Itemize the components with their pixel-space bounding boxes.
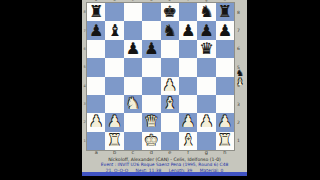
square-b6[interactable] xyxy=(105,40,123,58)
square-g3[interactable] xyxy=(197,95,215,113)
piece-bP: ♟ xyxy=(218,22,232,38)
file-label-c: c xyxy=(124,150,142,157)
square-a1[interactable] xyxy=(87,132,105,150)
piece-wQ: ♛ xyxy=(144,114,158,130)
file-label-b: b xyxy=(105,150,123,157)
rank-label-3: 3 xyxy=(235,95,242,113)
piece-bP: ♟ xyxy=(181,22,195,38)
rank-label-1: 1 xyxy=(235,132,242,150)
square-c2[interactable] xyxy=(124,113,142,131)
square-f8[interactable] xyxy=(179,3,197,21)
piece-wB: ♝ xyxy=(181,132,195,148)
file-label-d: d xyxy=(142,150,160,157)
square-b5[interactable] xyxy=(105,58,123,76)
piece-wN: ♞ xyxy=(126,96,140,112)
square-a8[interactable]: ♜ xyxy=(87,3,105,21)
square-h1[interactable]: ♜ xyxy=(216,132,234,150)
square-h6[interactable] xyxy=(216,40,234,58)
square-f5[interactable] xyxy=(179,58,197,76)
rank-label-8: 8 xyxy=(235,3,242,21)
captured-piece-wB: ♝ xyxy=(236,78,244,87)
square-c8[interactable] xyxy=(124,3,142,21)
file-labels-bottom: abcdefgh xyxy=(87,150,234,157)
square-c3[interactable]: ♞ xyxy=(124,95,142,113)
square-h2[interactable]: ♟ xyxy=(216,113,234,131)
square-e1[interactable] xyxy=(161,132,179,150)
piece-bB: ♝ xyxy=(107,22,121,38)
piece-wR: ♜ xyxy=(107,132,121,148)
square-a4[interactable] xyxy=(87,77,105,95)
file-label-e: e xyxy=(161,150,179,157)
piece-wP: ♟ xyxy=(163,77,177,93)
rank-label-6: 6 xyxy=(235,40,242,58)
square-c7[interactable] xyxy=(124,21,142,39)
square-g6[interactable]: ♛ xyxy=(197,40,215,58)
square-a5[interactable] xyxy=(87,58,105,76)
bottom-accent-bar xyxy=(82,172,247,176)
caption: Nickoloff, Alexander (CAN) - Celis, Idel… xyxy=(82,157,247,173)
square-d3[interactable] xyxy=(142,95,160,113)
piece-bP: ♟ xyxy=(89,22,103,38)
square-h3[interactable] xyxy=(216,95,234,113)
content-panel: abcdefgh 87654321 87654321 abcdefgh ♜♚♞♜… xyxy=(82,0,247,176)
square-f7[interactable]: ♟ xyxy=(179,21,197,39)
piece-wR: ♜ xyxy=(218,132,232,148)
piece-bP: ♟ xyxy=(126,40,140,56)
square-g8[interactable]: ♞ xyxy=(197,3,215,21)
square-h4[interactable] xyxy=(216,77,234,95)
square-e4[interactable]: ♟ xyxy=(161,77,179,95)
square-a2[interactable]: ♟ xyxy=(87,113,105,131)
piece-wK: ♚ xyxy=(144,132,158,148)
square-c6[interactable]: ♟ xyxy=(124,40,142,58)
square-e5[interactable] xyxy=(161,58,179,76)
piece-bQ: ♛ xyxy=(199,40,213,56)
square-e2[interactable] xyxy=(161,113,179,131)
square-f3[interactable] xyxy=(179,95,197,113)
square-a7[interactable]: ♟ xyxy=(87,21,105,39)
piece-bN: ♞ xyxy=(163,22,177,38)
square-d8[interactable] xyxy=(142,3,160,21)
piece-wP: ♟ xyxy=(181,114,195,130)
piece-bK: ♚ xyxy=(163,4,177,20)
square-b4[interactable] xyxy=(105,77,123,95)
square-e3[interactable]: ♝ xyxy=(161,95,179,113)
square-f6[interactable] xyxy=(179,40,197,58)
chess-board: ♜♚♞♜♟♝♞♟♟♟♟♟♛♟♞♝♟♟♛♟♟♟♜♚♝♜ xyxy=(87,3,234,150)
square-a6[interactable] xyxy=(87,40,105,58)
piece-bR: ♜ xyxy=(218,4,232,20)
square-c1[interactable] xyxy=(124,132,142,150)
rank-label-7: 7 xyxy=(235,21,242,39)
square-h8[interactable]: ♜ xyxy=(216,3,234,21)
square-f2[interactable]: ♟ xyxy=(179,113,197,131)
square-b1[interactable]: ♜ xyxy=(105,132,123,150)
square-c4[interactable] xyxy=(124,77,142,95)
square-e7[interactable]: ♞ xyxy=(161,21,179,39)
square-d1[interactable]: ♚ xyxy=(142,132,160,150)
piece-wB: ♝ xyxy=(163,96,177,112)
square-g1[interactable] xyxy=(197,132,215,150)
file-label-f: f xyxy=(179,150,197,157)
square-b7[interactable]: ♝ xyxy=(105,21,123,39)
file-label-g: g xyxy=(197,150,215,157)
square-b8[interactable] xyxy=(105,3,123,21)
captured-material-tray: ♞♝ xyxy=(234,69,246,87)
square-g2[interactable]: ♟ xyxy=(197,113,215,131)
piece-wP: ♟ xyxy=(107,114,121,130)
square-g5[interactable] xyxy=(197,58,215,76)
square-h5[interactable] xyxy=(216,58,234,76)
square-b2[interactable]: ♟ xyxy=(105,113,123,131)
file-label-a: a xyxy=(87,150,105,157)
piece-wP: ♟ xyxy=(218,114,232,130)
event-line: Event : INVIT U26 Roque Saenz Pena (1995… xyxy=(82,162,247,168)
square-b3[interactable] xyxy=(105,95,123,113)
square-d7[interactable] xyxy=(142,21,160,39)
square-c5[interactable] xyxy=(124,58,142,76)
square-d2[interactable]: ♛ xyxy=(142,113,160,131)
file-label-h: h xyxy=(216,150,234,157)
square-g7[interactable]: ♟ xyxy=(197,21,215,39)
square-d4[interactable] xyxy=(142,77,160,95)
piece-bP: ♟ xyxy=(144,40,158,56)
piece-bN: ♞ xyxy=(199,4,213,20)
square-d6[interactable]: ♟ xyxy=(142,40,160,58)
piece-wP: ♟ xyxy=(199,114,213,130)
square-g4[interactable] xyxy=(197,77,215,95)
square-e6[interactable] xyxy=(161,40,179,58)
square-d5[interactable] xyxy=(142,58,160,76)
piece-bP: ♟ xyxy=(199,22,213,38)
square-f1[interactable]: ♝ xyxy=(179,132,197,150)
square-h7[interactable]: ♟ xyxy=(216,21,234,39)
square-f4[interactable] xyxy=(179,77,197,95)
square-a3[interactable] xyxy=(87,95,105,113)
square-e8[interactable]: ♚ xyxy=(161,3,179,21)
piece-bR: ♜ xyxy=(89,4,103,20)
piece-wP: ♟ xyxy=(89,114,103,130)
rank-label-2: 2 xyxy=(235,113,242,131)
